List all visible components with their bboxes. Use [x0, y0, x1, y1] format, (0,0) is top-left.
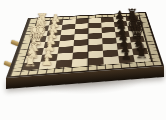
square: [103, 56, 119, 64]
square: ♜: [133, 54, 150, 62]
ruler-border: ♜♟♟♜♞♟♟♞♝♟♟♝♚♟♟♚♛♟♟♛♝♟♟♝♞♟♟♞♜♟♟♜: [9, 13, 161, 77]
square: [55, 59, 72, 68]
board-grid: ♜♟♟♜♞♟♟♞♝♟♟♝♚♟♟♚♛♟♟♛♝♟♟♝♞♟♟♞♜♟♟♜: [20, 15, 152, 71]
square: ♟: [38, 60, 56, 69]
square: ♟: [118, 55, 134, 63]
square: [71, 58, 87, 66]
square: [87, 57, 103, 65]
product-photo: ♜♟♟♜♞♟♟♞♝♟♟♝♚♟♟♚♛♟♟♛♝♟♟♝♞♟♟♞♜♟♟♜: [0, 0, 166, 120]
